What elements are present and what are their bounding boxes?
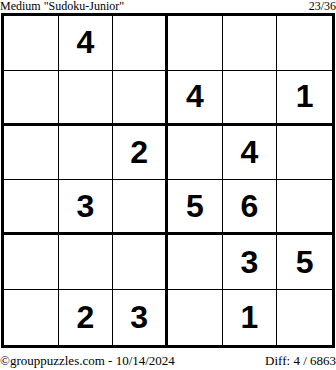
cell-r3c6[interactable] — [277, 126, 332, 181]
cell-r1c2[interactable]: 4 — [59, 16, 114, 71]
cell-r1c5[interactable] — [223, 16, 278, 71]
page-title: Medium "Sudoku-Junior" — [0, 0, 124, 13]
cell-r4c3[interactable] — [113, 180, 168, 235]
sudoku-board: 4 4 1 2 4 3 5 6 3 5 2 3 — [1, 13, 335, 348]
cell-r6c5[interactable]: 1 — [223, 290, 278, 345]
cell-r4c5[interactable]: 6 — [223, 180, 278, 235]
puzzle-page: Medium "Sudoku-Junior" 23/36 4 4 1 2 4 3… — [0, 0, 336, 370]
cell-r5c4[interactable] — [168, 235, 223, 290]
header: Medium "Sudoku-Junior" 23/36 — [0, 0, 336, 13]
cell-r5c5[interactable]: 3 — [223, 235, 278, 290]
cell-r5c6[interactable]: 5 — [277, 235, 332, 290]
cell-r2c3[interactable] — [113, 71, 168, 126]
cell-r5c3[interactable] — [113, 235, 168, 290]
cell-r5c2[interactable] — [59, 235, 114, 290]
cell-r2c6[interactable]: 1 — [277, 71, 332, 126]
cell-r6c1[interactable] — [4, 290, 59, 345]
cell-r1c1[interactable] — [4, 16, 59, 71]
cell-r4c1[interactable] — [4, 180, 59, 235]
cell-r2c4[interactable]: 4 — [168, 71, 223, 126]
cell-r4c4[interactable]: 5 — [168, 180, 223, 235]
cell-r3c3[interactable]: 2 — [113, 126, 168, 181]
cell-r3c1[interactable] — [4, 126, 59, 181]
cell-r4c6[interactable] — [277, 180, 332, 235]
cell-r4c2[interactable]: 3 — [59, 180, 114, 235]
cell-r1c3[interactable] — [113, 16, 168, 71]
cell-r6c4[interactable] — [168, 290, 223, 345]
cell-r5c1[interactable] — [4, 235, 59, 290]
footer-copyright: ©grouppuzzles.com - 10/14/2024 — [0, 353, 175, 368]
footer: ©grouppuzzles.com - 10/14/2024 Diff: 4 /… — [0, 352, 336, 368]
cell-r6c3[interactable]: 3 — [113, 290, 168, 345]
cell-r2c1[interactable] — [4, 71, 59, 126]
cell-r2c5[interactable] — [223, 71, 278, 126]
puzzle-progress: 23/36 — [309, 0, 336, 13]
cell-r1c4[interactable] — [168, 16, 223, 71]
cell-r6c2[interactable]: 2 — [59, 290, 114, 345]
cell-r1c6[interactable] — [277, 16, 332, 71]
cell-r6c6[interactable] — [277, 290, 332, 345]
cell-r3c5[interactable]: 4 — [223, 126, 278, 181]
footer-difficulty: Diff: 4 / 6863 — [265, 353, 336, 368]
cell-r3c4[interactable] — [168, 126, 223, 181]
cell-r3c2[interactable] — [59, 126, 114, 181]
cell-r2c2[interactable] — [59, 71, 114, 126]
